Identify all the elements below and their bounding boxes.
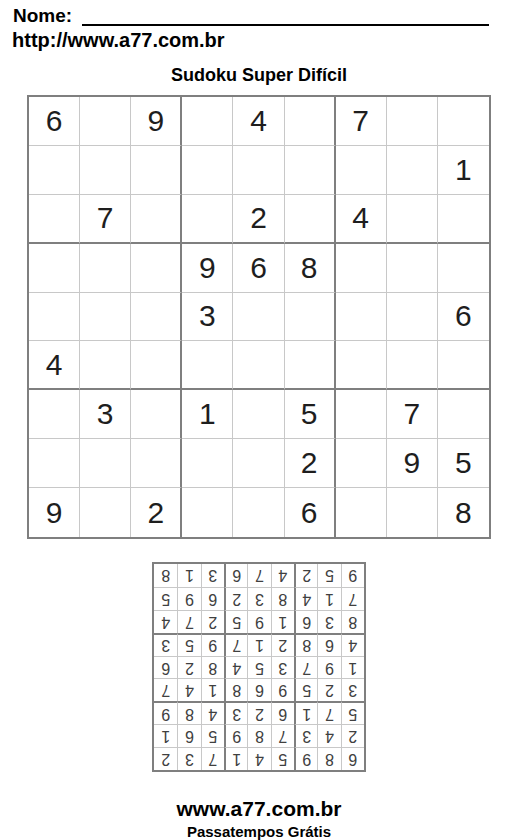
sudoku-cell-r3c7: 4 (336, 195, 387, 244)
sudoku-cell-r4c5: 6 (233, 244, 284, 293)
solution-cell-r9c6: 6 (224, 564, 247, 587)
sudoku-cell-r4c1 (29, 244, 80, 293)
solution-cell-r6c6: 7 (224, 633, 247, 656)
solution-cell-r5c5: 5 (247, 656, 270, 679)
sudoku-cell-r6c5 (233, 341, 284, 390)
sudoku-cell-r7c3 (131, 390, 182, 439)
sudoku-cell-r6c2 (80, 341, 131, 390)
sudoku-cell-r5c3 (131, 293, 182, 342)
sudoku-cell-r5c5 (233, 293, 284, 342)
solution-cell-r2c6: 9 (224, 724, 247, 747)
solution-cell-r9c4: 4 (271, 564, 294, 587)
solution-cell-r1c6: 1 (224, 747, 247, 770)
sudoku-cell-r6c9 (438, 341, 489, 390)
sudoku-cell-r1c1: 6 (29, 97, 80, 146)
solution-cell-r7c4: 1 (271, 610, 294, 633)
solution-cell-r8c4: 8 (271, 587, 294, 610)
sudoku-cell-r1c2 (80, 97, 131, 146)
sudoku-cell-r1c4 (182, 97, 233, 146)
solution-cell-r4c7: 1 (201, 678, 224, 701)
sudoku-cell-r6c6 (285, 341, 336, 390)
sudoku-cell-r5c7 (336, 293, 387, 342)
sudoku-cell-r6c3 (131, 341, 182, 390)
site-url-header: http://www.a77.com.br (12, 29, 518, 51)
solution-cell-r2c1: 2 (341, 724, 364, 747)
sudoku-cell-r2c3 (131, 146, 182, 195)
sudoku-cell-r5c2 (80, 293, 131, 342)
solution-cell-r8c7: 6 (201, 587, 224, 610)
solution-cell-r7c8: 7 (177, 610, 200, 633)
sudoku-cell-r2c6 (285, 146, 336, 195)
sudoku-cell-r9c1: 9 (29, 488, 80, 537)
sudoku-cell-r7c9 (438, 390, 489, 439)
sudoku-cell-r9c4 (182, 488, 233, 537)
sudoku-cell-r4c2 (80, 244, 131, 293)
solution-cell-r6c5: 1 (247, 633, 270, 656)
solution-cell-r6c9: 3 (154, 633, 177, 656)
solution-cell-r9c9: 8 (154, 564, 177, 587)
solution-cell-r3c2: 7 (317, 701, 340, 724)
sudoku-cell-r2c2 (80, 146, 131, 195)
sudoku-cell-r9c6: 6 (285, 488, 336, 537)
sudoku-cell-r7c8: 7 (387, 390, 438, 439)
solution-cell-r1c1: 6 (341, 747, 364, 770)
solution-cell-r7c2: 3 (317, 610, 340, 633)
sudoku-cell-r6c1: 4 (29, 341, 80, 390)
sudoku-cell-r8c2 (80, 439, 131, 488)
sudoku-cell-r5c8 (387, 293, 438, 342)
solution-cell-r2c3: 3 (294, 724, 317, 747)
solution-cell-r9c5: 7 (247, 564, 270, 587)
sudoku-cell-r3c4 (182, 195, 233, 244)
solution-cell-r4c8: 4 (177, 678, 200, 701)
sudoku-cell-r8c6: 2 (285, 439, 336, 488)
solution-cell-r8c9: 5 (154, 587, 177, 610)
solution-cell-r5c7: 8 (201, 656, 224, 679)
sudoku-cell-r1c7: 7 (336, 97, 387, 146)
solution-cell-r6c2: 6 (317, 633, 340, 656)
sudoku-cell-r8c3 (131, 439, 182, 488)
sudoku-page: Nome: http://www.a77.com.br Sudoku Super… (0, 0, 518, 840)
sudoku-cell-r8c1 (29, 439, 80, 488)
solution-cell-r1c2: 8 (317, 747, 340, 770)
sudoku-cell-r8c8: 9 (387, 439, 438, 488)
solution-cell-r7c7: 2 (201, 610, 224, 633)
sudoku-cell-r2c4 (182, 146, 233, 195)
sudoku-cell-r4c3 (131, 244, 182, 293)
solution-cell-r2c9: 1 (154, 724, 177, 747)
solution-cell-r8c6: 2 (224, 587, 247, 610)
sudoku-cell-r5c4: 3 (182, 293, 233, 342)
sudoku-cell-r7c1 (29, 390, 80, 439)
sudoku-cell-r6c7 (336, 341, 387, 390)
sudoku-cell-r3c2: 7 (80, 195, 131, 244)
solution-cell-r4c5: 6 (247, 678, 270, 701)
solution-cell-r1c8: 3 (177, 747, 200, 770)
solution-cell-r9c2: 5 (317, 564, 340, 587)
sudoku-cell-r8c5 (233, 439, 284, 488)
solution-cell-r9c8: 1 (177, 564, 200, 587)
sudoku-puzzle-grid: 6947172496836431572959268 (27, 95, 491, 539)
solution-cell-r3c3: 1 (294, 701, 317, 724)
solution-cell-r9c3: 2 (294, 564, 317, 587)
sudoku-cell-r3c9 (438, 195, 489, 244)
solution-cell-r5c3: 7 (294, 656, 317, 679)
sudoku-cell-r3c1 (29, 195, 80, 244)
sudoku-cell-r4c8 (387, 244, 438, 293)
sudoku-cell-r7c4: 1 (182, 390, 233, 439)
sudoku-cell-r8c9: 5 (438, 439, 489, 488)
sudoku-cell-r3c6 (285, 195, 336, 244)
sudoku-cell-r1c3: 9 (131, 97, 182, 146)
sudoku-cell-r4c4: 9 (182, 244, 233, 293)
sudoku-cell-r9c5 (233, 488, 284, 537)
sudoku-cell-r2c1 (29, 146, 80, 195)
solution-cell-r4c1: 3 (341, 678, 364, 701)
solution-cell-r6c8: 5 (177, 633, 200, 656)
solution-cell-r5c1: 1 (341, 656, 364, 679)
solution-cell-r1c3: 9 (294, 747, 317, 770)
sudoku-cell-r1c8 (387, 97, 438, 146)
footer: www.a77.com.br Passatempos Grátis (0, 797, 518, 840)
solution-cell-r7c1: 8 (341, 610, 364, 633)
solution-cell-r3c7: 4 (201, 701, 224, 724)
solution-cell-r4c2: 2 (317, 678, 340, 701)
solution-cell-r2c8: 6 (177, 724, 200, 747)
solution-cell-r8c2: 1 (317, 587, 340, 610)
solution-cell-r8c5: 3 (247, 587, 270, 610)
solution-cell-r7c5: 9 (247, 610, 270, 633)
solution-cell-r8c8: 9 (177, 587, 200, 610)
solution-cell-r9c1: 9 (341, 564, 364, 587)
sudoku-cell-r5c1 (29, 293, 80, 342)
sudoku-cell-r6c8 (387, 341, 438, 390)
solution-cell-r1c7: 7 (201, 747, 224, 770)
sudoku-cell-r9c2 (80, 488, 131, 537)
solution-cell-r5c8: 2 (177, 656, 200, 679)
sudoku-cell-r7c2: 3 (80, 390, 131, 439)
solution-cell-r4c4: 9 (271, 678, 294, 701)
name-label: Nome: (13, 6, 72, 26)
solution-cell-r6c1: 4 (341, 633, 364, 656)
solution-cell-r4c3: 5 (294, 678, 317, 701)
sudoku-cell-r2c7 (336, 146, 387, 195)
solution-cell-r3c4: 6 (271, 701, 294, 724)
sudoku-cell-r6c4 (182, 341, 233, 390)
solution-cell-r2c7: 5 (201, 724, 224, 747)
solution-cell-r3c1: 5 (341, 701, 364, 724)
solution-cell-r5c2: 9 (317, 656, 340, 679)
name-blank-line (82, 8, 489, 26)
solution-cell-r2c5: 8 (247, 724, 270, 747)
solution-cell-r1c4: 5 (271, 747, 294, 770)
sudoku-cell-r1c9 (438, 97, 489, 146)
solution-cell-r6c7: 9 (201, 633, 224, 656)
solution-cell-r2c4: 7 (271, 724, 294, 747)
sudoku-cell-r4c9 (438, 244, 489, 293)
sudoku-cell-r7c7 (336, 390, 387, 439)
solution-cell-r5c9: 6 (154, 656, 177, 679)
footer-site-url: www.a77.com.br (0, 797, 518, 821)
solution-cell-r5c6: 4 (224, 656, 247, 679)
name-row: Nome: (0, 0, 518, 26)
sudoku-cell-r5c6 (285, 293, 336, 342)
solution-cell-r3c5: 2 (247, 701, 270, 724)
solution-cell-r8c1: 7 (341, 587, 364, 610)
sudoku-cell-r8c7 (336, 439, 387, 488)
sudoku-cell-r9c3: 2 (131, 488, 182, 537)
sudoku-cell-r3c3 (131, 195, 182, 244)
sudoku-cell-r3c5: 2 (233, 195, 284, 244)
sudoku-cell-r5c9: 6 (438, 293, 489, 342)
sudoku-solution-grid-rotated: 6895417322437895615716234893259681471973… (152, 562, 366, 772)
sudoku-cell-r7c5 (233, 390, 284, 439)
sudoku-cell-r1c5: 4 (233, 97, 284, 146)
solution-cell-r4c6: 8 (224, 678, 247, 701)
solution-cell-r4c9: 7 (154, 678, 177, 701)
sudoku-cell-r1c6 (285, 97, 336, 146)
footer-tagline: Passatempos Grátis (0, 822, 518, 840)
sudoku-cell-r4c7 (336, 244, 387, 293)
solution-cell-r8c3: 4 (294, 587, 317, 610)
sudoku-cell-r2c5 (233, 146, 284, 195)
solution-cell-r1c9: 2 (154, 747, 177, 770)
solution-cell-r5c4: 3 (271, 656, 294, 679)
solution-cell-r3c8: 8 (177, 701, 200, 724)
solution-cell-r6c3: 8 (294, 633, 317, 656)
solution-cell-r3c6: 3 (224, 701, 247, 724)
sudoku-cell-r9c7 (336, 488, 387, 537)
sudoku-cell-r4c6: 8 (285, 244, 336, 293)
solution-cell-r9c7: 3 (201, 564, 224, 587)
sudoku-cell-r3c8 (387, 195, 438, 244)
sudoku-cell-r2c8 (387, 146, 438, 195)
solution-cell-r1c5: 4 (247, 747, 270, 770)
sudoku-cell-r9c8 (387, 488, 438, 537)
solution-cell-r2c2: 4 (317, 724, 340, 747)
solution-cell-r7c9: 4 (154, 610, 177, 633)
sudoku-cell-r7c6: 5 (285, 390, 336, 439)
sudoku-cell-r8c4 (182, 439, 233, 488)
sudoku-cell-r2c9: 1 (438, 146, 489, 195)
solution-cell-r6c4: 2 (271, 633, 294, 656)
solution-cell-r7c3: 6 (294, 610, 317, 633)
sudoku-cell-r9c9: 8 (438, 488, 489, 537)
solution-cell-r7c6: 5 (224, 610, 247, 633)
page-title: Sudoku Super Difícil (0, 65, 518, 85)
solution-cell-r3c9: 9 (154, 701, 177, 724)
